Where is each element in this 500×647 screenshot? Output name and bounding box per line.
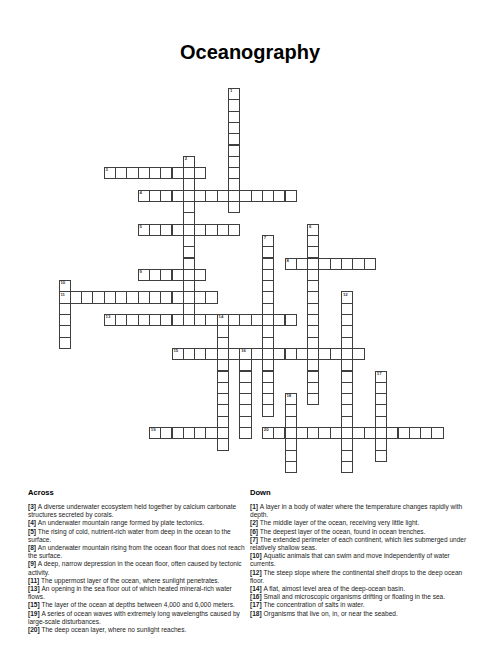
grid-cell[interactable] <box>183 178 195 190</box>
clue-item: [20] The deep ocean layer, where no sunl… <box>28 626 247 634</box>
cell-number: 18 <box>286 394 291 399</box>
clue-number: [19] <box>28 610 41 617</box>
clue-item: [3] A diverse underwater ecosystem held … <box>28 503 247 519</box>
clue-number: [3] <box>28 503 38 510</box>
cell-number: 3 <box>106 168 108 173</box>
grid-cell[interactable] <box>183 303 195 315</box>
grid-cell[interactable] <box>194 269 206 281</box>
clue-item: [16] Small and microscopic organisms dri… <box>250 593 469 601</box>
grid-cell[interactable] <box>217 438 229 450</box>
cell-number: 6 <box>309 225 311 230</box>
cell-number: 1 <box>230 89 232 94</box>
clue-number: [5] <box>28 528 38 535</box>
grid-cell[interactable] <box>285 190 297 202</box>
grid-cell[interactable] <box>341 337 353 349</box>
cell-number: 16 <box>241 349 246 354</box>
clue-item: [18] Organisms that live on, in, or near… <box>250 610 469 618</box>
grid-cell[interactable] <box>239 427 251 439</box>
cell-number: 2 <box>185 157 187 162</box>
cell-number: 8 <box>286 259 288 264</box>
cell-number: 11 <box>60 293 65 298</box>
clue-number: [14] <box>250 585 263 592</box>
grid-cell[interactable] <box>307 393 319 405</box>
clue-item: [1] A layer in a body of water where the… <box>250 503 469 519</box>
clue-number: [6] <box>250 528 260 535</box>
clue-number: [18] <box>250 610 263 617</box>
grid-cell[interactable] <box>183 280 195 292</box>
grid-cell[interactable] <box>194 167 206 179</box>
grid-cell[interactable] <box>217 337 229 349</box>
down-heading: Down <box>250 488 469 497</box>
clue-number: [8] <box>28 544 38 551</box>
grid-cell[interactable] <box>262 404 274 416</box>
clue-item: [4] An underwater mountain range formed … <box>28 519 247 527</box>
grid-cell[interactable] <box>228 201 240 213</box>
clue-number: [15] <box>28 601 41 608</box>
cell-number: 9 <box>139 270 141 275</box>
clue-item: [7] The extended perimeter of each conti… <box>250 536 469 552</box>
cell-number: 20 <box>264 428 269 433</box>
clue-number: [13] <box>28 585 41 592</box>
across-heading: Across <box>28 488 247 497</box>
across-clues: Across [3] A diverse underwater ecosyste… <box>28 488 247 634</box>
grid-cell[interactable] <box>228 178 240 190</box>
cell-number: 17 <box>377 372 382 377</box>
grid-cell[interactable] <box>183 258 195 270</box>
grid-cell[interactable] <box>375 416 387 428</box>
clue-item: [10] Aquatic animals that can swim and m… <box>250 552 469 568</box>
clue-number: [10] <box>250 552 263 559</box>
grid-cell[interactable] <box>307 246 319 258</box>
clue-item: [12] The steep slope where the continent… <box>250 569 469 585</box>
grid-cell[interactable] <box>217 416 229 428</box>
crossword-grid: 3458911131415161920126710121718 <box>59 88 444 473</box>
clue-item: [5] The rising of cold, nutrient-rich wa… <box>28 528 247 544</box>
clue-item: [14] A flat, almost level area of the de… <box>250 585 469 593</box>
clue-number: [7] <box>250 536 260 543</box>
cell-number: 10 <box>60 281 65 286</box>
clue-number: [9] <box>28 560 38 567</box>
clue-item: [11] The uppermost layer of the ocean, w… <box>28 577 247 585</box>
grid-cell[interactable] <box>375 450 387 462</box>
clue-item: [6] The deepest layer of the ocean, foun… <box>250 528 469 536</box>
cell-number: 14 <box>219 315 224 320</box>
grid-cell[interactable]: 10 <box>59 280 71 292</box>
clue-item: [15] The layer of the ocean at depths be… <box>28 601 247 609</box>
clue-number: [4] <box>28 519 38 526</box>
grid-cell[interactable] <box>228 224 240 236</box>
grid-cell[interactable] <box>262 303 274 315</box>
clue-item: [17] The concentration of salts in water… <box>250 601 469 609</box>
cell-number: 7 <box>264 236 266 241</box>
cell-number: 5 <box>139 225 141 230</box>
clue-item: [8] An underwater mountain rising from t… <box>28 544 247 560</box>
cell-number: 13 <box>106 315 111 320</box>
grid-cell[interactable] <box>341 461 353 473</box>
puzzle-title: Oceanography <box>0 41 500 64</box>
grid-cell[interactable] <box>307 337 319 349</box>
cell-number: 4 <box>139 191 141 196</box>
grid-cell[interactable]: 2 <box>183 156 195 168</box>
cell-number: 12 <box>343 293 348 298</box>
grid-cell[interactable] <box>285 461 297 473</box>
clue-item: [13] An opening in the sea floor out of … <box>28 585 247 601</box>
grid-cell[interactable] <box>431 427 443 439</box>
clue-number: [2] <box>250 519 260 526</box>
clue-item: [9] A deep, narrow depression in the oce… <box>28 560 247 576</box>
clue-number: [17] <box>250 601 263 608</box>
grid-cell[interactable] <box>59 337 71 349</box>
grid-cell[interactable] <box>341 416 353 428</box>
page: Oceanography 345891113141516192012671012… <box>0 0 500 647</box>
cell-number: 19 <box>151 428 156 433</box>
clue-number: [16] <box>250 593 263 600</box>
grid-cell[interactable] <box>285 314 297 326</box>
grid-cell[interactable] <box>262 337 274 349</box>
clue-number: [1] <box>250 503 260 510</box>
clue-number: [11] <box>28 577 41 584</box>
grid-cell[interactable] <box>205 291 217 303</box>
clue-item: [2] The middle layer of the ocean, recei… <box>250 519 469 527</box>
clue-number: [12] <box>250 569 263 576</box>
clue-item: [19] A series of ocean waves with extrem… <box>28 610 247 626</box>
clue-number: [20] <box>28 626 41 633</box>
grid-cell[interactable] <box>364 258 376 270</box>
down-clues: Down [1] A layer in a body of water wher… <box>250 488 469 618</box>
cell-number: 15 <box>173 349 178 354</box>
grid-cell[interactable] <box>285 416 297 428</box>
grid-cell[interactable] <box>183 212 195 224</box>
grid-cell[interactable] <box>352 348 364 360</box>
